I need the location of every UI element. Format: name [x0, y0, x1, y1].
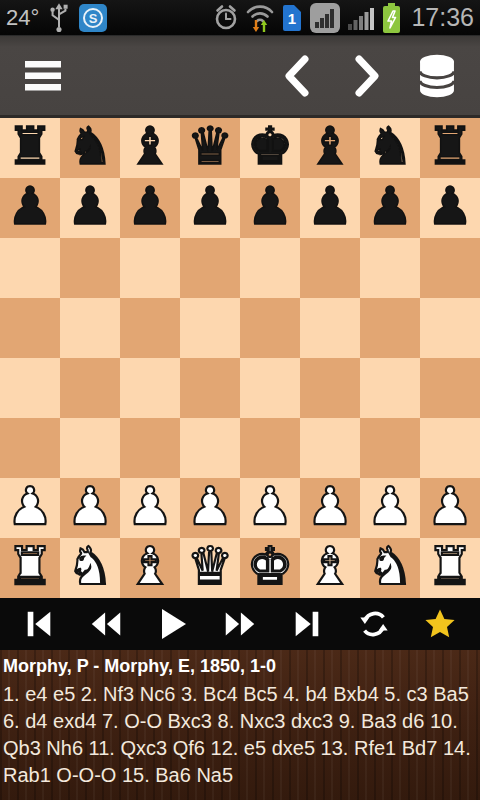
white-queen: ♛ [187, 536, 234, 596]
square-a6[interactable] [0, 238, 60, 298]
square-a7[interactable]: ♟ [0, 178, 60, 238]
white-knight: ♞ [67, 536, 114, 596]
square-e5[interactable] [240, 298, 300, 358]
white-king: ♚ [247, 536, 294, 596]
square-f8[interactable]: ♝ [300, 118, 360, 178]
square-c4[interactable] [120, 358, 180, 418]
square-b3[interactable] [60, 418, 120, 478]
square-d2[interactable]: ♟ [180, 478, 240, 538]
play-button[interactable] [151, 604, 195, 644]
square-b8[interactable]: ♞ [60, 118, 120, 178]
square-b4[interactable] [60, 358, 120, 418]
square-g3[interactable] [360, 418, 420, 478]
square-e2[interactable]: ♟ [240, 478, 300, 538]
square-e3[interactable] [240, 418, 300, 478]
white-pawn: ♟ [7, 476, 54, 536]
fast-forward-button[interactable] [218, 604, 262, 644]
square-e1[interactable]: ♚ [240, 538, 300, 598]
chevron-left-icon [280, 54, 314, 98]
square-h7[interactable]: ♟ [420, 178, 480, 238]
white-pawn: ♟ [427, 476, 474, 536]
clock-label: 17:36 [411, 3, 474, 32]
network-type-icon [310, 3, 340, 33]
square-a2[interactable]: ♟ [0, 478, 60, 538]
skip-to-start-button[interactable] [17, 604, 61, 644]
sim-number: 1 [288, 10, 296, 27]
square-e8[interactable]: ♚ [240, 118, 300, 178]
square-d8[interactable]: ♛ [180, 118, 240, 178]
alarm-clock-icon [213, 4, 239, 32]
black-knight: ♞ [67, 116, 114, 176]
menu-button[interactable] [14, 47, 72, 105]
white-bishop: ♝ [127, 536, 174, 596]
playback-controls [0, 598, 480, 650]
black-rook: ♜ [427, 116, 474, 176]
square-d3[interactable] [180, 418, 240, 478]
square-f5[interactable] [300, 298, 360, 358]
white-pawn: ♟ [367, 476, 414, 536]
black-knight: ♞ [367, 116, 414, 176]
rewind-icon [90, 609, 122, 639]
white-pawn: ♟ [307, 476, 354, 536]
square-d4[interactable] [180, 358, 240, 418]
black-pawn: ♟ [187, 176, 234, 236]
square-c8[interactable]: ♝ [120, 118, 180, 178]
white-bishop: ♝ [307, 536, 354, 596]
white-pawn: ♟ [127, 476, 174, 536]
database-button[interactable] [408, 47, 466, 105]
square-f4[interactable] [300, 358, 360, 418]
fast-forward-icon [224, 609, 256, 639]
square-d5[interactable] [180, 298, 240, 358]
previous-game-button[interactable] [268, 47, 326, 105]
square-c2[interactable]: ♟ [120, 478, 180, 538]
square-a8[interactable]: ♜ [0, 118, 60, 178]
wifi-icon [246, 3, 274, 33]
square-e4[interactable] [240, 358, 300, 418]
square-f2[interactable]: ♟ [300, 478, 360, 538]
star-icon [424, 606, 456, 642]
refresh-icon [358, 607, 390, 641]
black-pawn: ♟ [67, 176, 114, 236]
square-a4[interactable] [0, 358, 60, 418]
chess-board[interactable]: ♜♞♝♛♚♝♞♜♟♟♟♟♟♟♟♟♟♟♟♟♟♟♟♟♜♞♝♛♚♝♞♜ [0, 118, 480, 598]
sim-card-icon: 1 [281, 4, 303, 32]
square-a1[interactable]: ♜ [0, 538, 60, 598]
square-h8[interactable]: ♜ [420, 118, 480, 178]
square-c5[interactable] [120, 298, 180, 358]
square-b5[interactable] [60, 298, 120, 358]
square-d1[interactable]: ♛ [180, 538, 240, 598]
play-icon [157, 607, 189, 641]
square-a5[interactable] [0, 298, 60, 358]
database-icon [415, 53, 459, 99]
square-h3[interactable] [420, 418, 480, 478]
square-f6[interactable] [300, 238, 360, 298]
game-info-panel: Morphy, P - Morphy, E, 1850, 1-0 1. e4 e… [0, 650, 480, 800]
square-h5[interactable] [420, 298, 480, 358]
svg-text:S: S [89, 11, 98, 26]
square-e6[interactable] [240, 238, 300, 298]
square-h1[interactable]: ♜ [420, 538, 480, 598]
phone-screen: 24° S [0, 0, 480, 800]
game-header: Morphy, P - Morphy, E, 1850, 1-0 [3, 653, 477, 679]
square-c3[interactable] [120, 418, 180, 478]
hamburger-icon [23, 59, 63, 93]
battery-icon [382, 3, 401, 33]
white-pawn: ♟ [247, 476, 294, 536]
black-king: ♚ [247, 116, 294, 176]
white-pawn: ♟ [67, 476, 114, 536]
black-pawn: ♟ [247, 176, 294, 236]
square-h2[interactable]: ♟ [420, 478, 480, 538]
skip-to-end-icon [291, 608, 323, 640]
signal-strength-icon [347, 5, 375, 31]
square-a3[interactable] [0, 418, 60, 478]
square-g1[interactable]: ♞ [360, 538, 420, 598]
next-game-button[interactable] [338, 47, 396, 105]
square-c6[interactable] [120, 238, 180, 298]
black-bishop: ♝ [127, 116, 174, 176]
temperature-label: 24° [6, 5, 39, 31]
white-rook: ♜ [427, 536, 474, 596]
black-queen: ♛ [187, 116, 234, 176]
white-pawn: ♟ [187, 476, 234, 536]
square-f1[interactable]: ♝ [300, 538, 360, 598]
square-b2[interactable]: ♟ [60, 478, 120, 538]
white-knight: ♞ [367, 536, 414, 596]
square-h4[interactable] [420, 358, 480, 418]
black-pawn: ♟ [7, 176, 54, 236]
favorite-star-button[interactable] [418, 604, 462, 644]
square-b7[interactable]: ♟ [60, 178, 120, 238]
skip-to-start-icon [23, 608, 55, 640]
black-pawn: ♟ [127, 176, 174, 236]
black-rook: ♜ [7, 116, 54, 176]
square-h6[interactable] [420, 238, 480, 298]
square-g8[interactable]: ♞ [360, 118, 420, 178]
usb-icon [48, 3, 70, 33]
skip-to-end-button[interactable] [285, 604, 329, 644]
app-toolbar [0, 36, 480, 118]
square-f7[interactable]: ♟ [300, 178, 360, 238]
status-bar-right: 1 [213, 3, 474, 33]
black-pawn: ♟ [367, 176, 414, 236]
white-rook: ♜ [7, 536, 54, 596]
square-c1[interactable]: ♝ [120, 538, 180, 598]
skype-icon: S [79, 4, 107, 32]
status-bar: 24° S [0, 0, 480, 36]
move-list[interactable]: 1. e4 e5 2. Nf3 Nc6 3. Bc4 Bc5 4. b4 Bxb… [3, 681, 477, 789]
chevron-right-icon [350, 54, 384, 98]
square-g4[interactable] [360, 358, 420, 418]
black-pawn: ♟ [427, 176, 474, 236]
rewind-button[interactable] [84, 604, 128, 644]
square-d6[interactable] [180, 238, 240, 298]
black-bishop: ♝ [307, 116, 354, 176]
square-c7[interactable]: ♟ [120, 178, 180, 238]
status-bar-left: 24° S [6, 3, 107, 33]
square-d7[interactable]: ♟ [180, 178, 240, 238]
square-b1[interactable]: ♞ [60, 538, 120, 598]
square-b6[interactable] [60, 238, 120, 298]
black-pawn: ♟ [307, 176, 354, 236]
square-e7[interactable]: ♟ [240, 178, 300, 238]
square-f3[interactable] [300, 418, 360, 478]
square-g5[interactable] [360, 298, 420, 358]
refresh-button[interactable] [352, 604, 396, 644]
square-g2[interactable]: ♟ [360, 478, 420, 538]
square-g6[interactable] [360, 238, 420, 298]
square-g7[interactable]: ♟ [360, 178, 420, 238]
